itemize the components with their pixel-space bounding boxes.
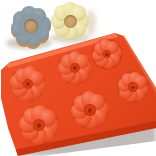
cavity-center-hole bbox=[37, 123, 42, 128]
donut-center-hole bbox=[64, 15, 77, 28]
product-photo bbox=[0, 0, 156, 156]
cavity-center-hole bbox=[131, 86, 135, 90]
cavity-center-hole bbox=[88, 108, 92, 112]
donut-center-hole bbox=[24, 19, 38, 33]
cavity-center-hole bbox=[105, 53, 108, 56]
